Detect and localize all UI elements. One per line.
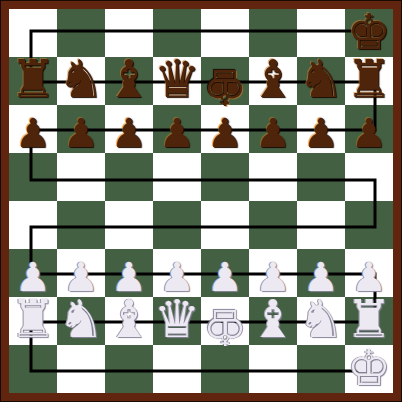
white-bishop-c2[interactable]: ♝: [105, 287, 153, 345]
white-knight-g2[interactable]: ♞: [297, 287, 345, 345]
black-pawn-b6[interactable]: ♟: [57, 103, 105, 153]
white-queen-d2[interactable]: ♛: [153, 287, 201, 345]
black-rook-a7[interactable]: ♜: [9, 47, 57, 105]
black-pawn-a6[interactable]: ♟: [9, 103, 57, 153]
black-pawn-d6[interactable]: ♟: [153, 103, 201, 153]
black-knight-g7[interactable]: ♞: [297, 47, 345, 105]
black-bishop-c7[interactable]: ♝: [105, 47, 153, 105]
black-pawn-e6[interactable]: ♟: [201, 103, 249, 153]
pieces-layer: ♚♜♞♝♛♚♝♞♜♟♟♟♟♟♟♟♟♟♟♟♟♟♟♟♟♜♞♝♛♚♝♞♜♚: [1, 1, 402, 402]
black-pawn-h6[interactable]: ♟: [345, 103, 393, 153]
board-frame: ♚♜♞♝♛♚♝♞♜♟♟♟♟♟♟♟♟♟♟♟♟♟♟♟♟♜♞♝♛♚♝♞♜♚: [0, 0, 402, 402]
black-rook-h7[interactable]: ♜: [345, 47, 393, 105]
black-knight-b7[interactable]: ♞: [57, 47, 105, 105]
black-pawn-g6[interactable]: ♟: [297, 103, 345, 153]
white-king-inverted-e2[interactable]: ♚: [201, 302, 249, 356]
white-king-h1[interactable]: ♚: [345, 339, 393, 393]
black-bishop-f7[interactable]: ♝: [249, 47, 297, 105]
white-rook-a2[interactable]: ♜: [9, 287, 57, 345]
black-pawn-f6[interactable]: ♟: [249, 103, 297, 153]
black-pawn-c6[interactable]: ♟: [105, 103, 153, 153]
white-bishop-f2[interactable]: ♝: [249, 287, 297, 345]
white-rook-h2[interactable]: ♜: [345, 287, 393, 345]
black-queen-d7[interactable]: ♛: [153, 47, 201, 105]
white-pawn-e3[interactable]: ♟: [201, 247, 249, 297]
white-knight-b2[interactable]: ♞: [57, 287, 105, 345]
